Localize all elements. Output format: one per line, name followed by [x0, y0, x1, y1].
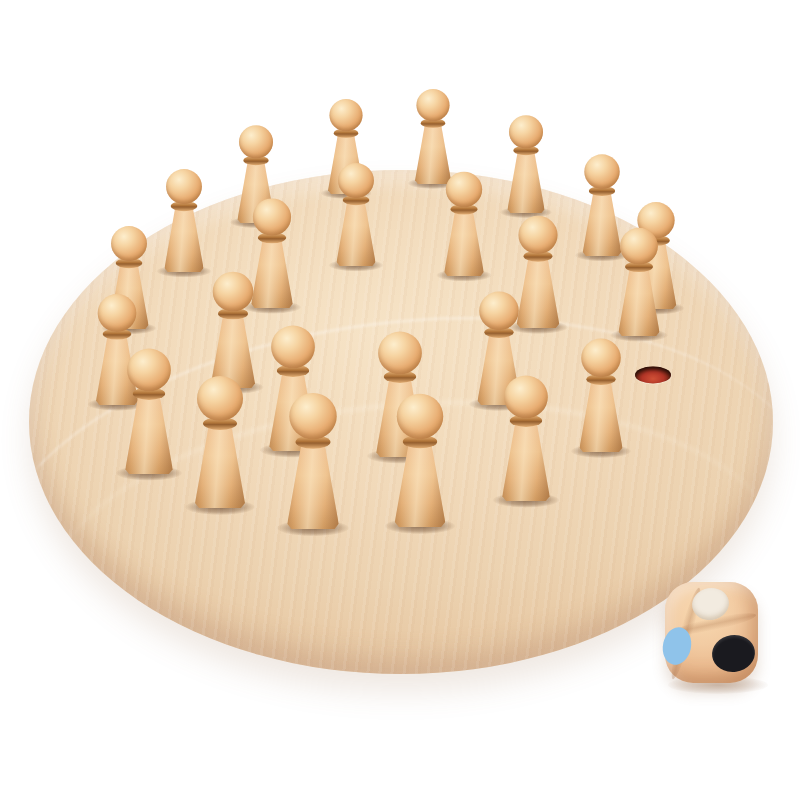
peg-4[interactable] [502, 115, 549, 213]
peg-14[interactable] [205, 272, 261, 388]
peg-body [498, 421, 553, 501]
peg-20[interactable] [119, 349, 180, 474]
peg-body [333, 200, 378, 266]
peg-head [416, 89, 449, 121]
peg-head [289, 393, 336, 439]
peg-head [338, 163, 374, 198]
peg-head [271, 326, 315, 369]
peg-body [505, 151, 548, 213]
peg-body [441, 210, 487, 276]
peg-head [509, 115, 543, 148]
peg-head [581, 338, 621, 377]
peg-head [518, 216, 557, 254]
peg-head [620, 228, 658, 265]
peg-8[interactable] [331, 163, 381, 266]
peg-head [98, 294, 137, 332]
peg-19[interactable] [573, 338, 628, 452]
peg-3[interactable] [410, 89, 456, 184]
die-face-white [690, 585, 732, 623]
peg-head [584, 154, 619, 189]
peg-head [127, 349, 171, 392]
peg-body [161, 206, 206, 272]
peg-head [378, 332, 422, 375]
peg-head [239, 125, 273, 158]
die-face-black [710, 632, 758, 675]
peg-head [329, 99, 362, 131]
peg-21[interactable] [188, 376, 252, 508]
peg-body [191, 424, 249, 508]
die-face-blue [659, 625, 694, 668]
empty-hole-red-bottom[interactable] [635, 367, 671, 384]
peg-23[interactable] [388, 394, 453, 527]
peg-22[interactable] [280, 393, 346, 529]
color-memory-die[interactable] [665, 582, 758, 683]
peg-head [166, 169, 202, 204]
peg-9[interactable] [439, 172, 490, 276]
peg-body [283, 442, 343, 529]
peg-head [197, 376, 243, 421]
peg-head [253, 198, 291, 235]
peg-body [121, 394, 176, 474]
peg-head [213, 272, 253, 312]
peg-head [479, 291, 519, 330]
peg-head [446, 172, 482, 208]
peg-6[interactable] [159, 169, 209, 272]
peg-head [397, 394, 443, 439]
product-photo-scene [0, 0, 800, 800]
peg-body [576, 380, 626, 452]
peg-24[interactable] [496, 376, 557, 501]
peg-head [111, 226, 147, 261]
peg-18[interactable] [613, 228, 665, 336]
peg-body [391, 442, 450, 527]
peg-head [504, 376, 548, 419]
peg-body [615, 267, 663, 336]
